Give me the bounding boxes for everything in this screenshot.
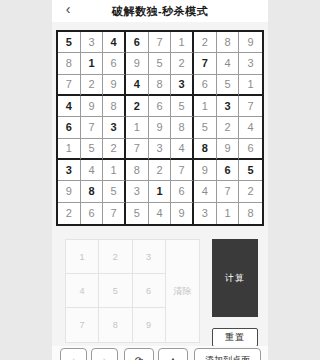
cell-r2c8[interactable]: 4	[217, 53, 240, 74]
cell-r1c5[interactable]: 7	[149, 32, 172, 53]
cell-r5c2[interactable]: 7	[81, 117, 104, 138]
cell-r5c7[interactable]: 5	[194, 117, 217, 138]
cell-r1c2[interactable]: 3	[81, 32, 104, 53]
cell-r9c2[interactable]: 6	[81, 203, 104, 224]
cell-r5c9[interactable]: 4	[239, 117, 262, 138]
cell-r4c3[interactable]: 8	[103, 96, 126, 117]
cell-r5c1[interactable]: 6	[58, 117, 81, 138]
cell-r9c3[interactable]: 7	[103, 203, 126, 224]
cell-r3c1[interactable]: 7	[58, 75, 81, 96]
cell-r4c2[interactable]: 9	[81, 96, 104, 117]
cell-r6c8[interactable]: 9	[217, 139, 240, 160]
refresh-icon[interactable]: ⟳	[124, 348, 154, 360]
board-wrap: 5346712898169527437294836514982651376731…	[52, 22, 268, 226]
keypad-digit-3[interactable]: 3	[133, 240, 166, 274]
cell-r2c4[interactable]: 9	[126, 53, 149, 74]
cell-r7c7[interactable]: 9	[194, 160, 217, 181]
keypad-digit-9[interactable]: 9	[133, 308, 166, 342]
app-screen: ‹ 破解数独-秒杀模式 5346712898169527437294836514…	[52, 0, 268, 360]
cell-r9c1[interactable]: 2	[58, 203, 81, 224]
cell-r3c3[interactable]: 9	[103, 75, 126, 96]
cell-r7c2[interactable]: 4	[81, 160, 104, 181]
cell-r8c5[interactable]: 1	[149, 181, 172, 202]
cell-r8c2[interactable]: 8	[81, 181, 104, 202]
number-keypad: 清除123456789	[65, 239, 200, 343]
cell-r4c5[interactable]: 6	[149, 96, 172, 117]
cell-r6c1[interactable]: 1	[58, 139, 81, 160]
controls: 清除123456789 计算 重置	[65, 239, 258, 347]
cell-r9c8[interactable]: 1	[217, 203, 240, 224]
cell-r7c9[interactable]: 5	[239, 160, 262, 181]
cell-r8c6[interactable]: 6	[171, 181, 194, 202]
keypad-digit-4[interactable]: 4	[66, 274, 99, 308]
cell-r6c6[interactable]: 4	[171, 139, 194, 160]
cell-r1c7[interactable]: 2	[194, 32, 217, 53]
keypad-digit-7[interactable]: 7	[66, 308, 99, 342]
cell-r8c1[interactable]: 9	[58, 181, 81, 202]
cell-r4c1[interactable]: 4	[58, 96, 81, 117]
toolbar-back-icon[interactable]: ‹	[60, 348, 87, 360]
cell-r5c4[interactable]: 1	[126, 117, 149, 138]
cell-r9c7[interactable]: 3	[194, 203, 217, 224]
cell-r6c5[interactable]: 3	[149, 139, 172, 160]
keypad-clear-button[interactable]: 清除	[166, 240, 199, 342]
back-icon[interactable]: ‹	[60, 1, 76, 17]
cell-r1c9[interactable]: 9	[239, 32, 262, 53]
cell-r6c3[interactable]: 2	[103, 139, 126, 160]
cell-r8c3[interactable]: 5	[103, 181, 126, 202]
cell-r2c9[interactable]: 3	[239, 53, 262, 74]
cell-r5c6[interactable]: 8	[171, 117, 194, 138]
cell-r7c3[interactable]: 1	[103, 160, 126, 181]
cell-r7c5[interactable]: 2	[149, 160, 172, 181]
cell-r9c5[interactable]: 4	[149, 203, 172, 224]
cell-r9c9[interactable]: 8	[239, 203, 262, 224]
cell-r1c4[interactable]: 6	[126, 32, 149, 53]
cell-r4c7[interactable]: 1	[194, 96, 217, 117]
cell-r4c9[interactable]: 7	[239, 96, 262, 117]
cell-r3c9[interactable]: 1	[239, 75, 262, 96]
action-column: 计算 重置	[212, 239, 258, 347]
cell-r6c2[interactable]: 5	[81, 139, 104, 160]
keypad-digit-5[interactable]: 5	[99, 274, 132, 308]
cell-r3c4[interactable]: 4	[126, 75, 149, 96]
cell-r6c4[interactable]: 7	[126, 139, 149, 160]
cell-r1c1[interactable]: 5	[58, 32, 81, 53]
cell-r6c9[interactable]: 6	[239, 139, 262, 160]
cell-r5c5[interactable]: 9	[149, 117, 172, 138]
cell-r7c4[interactable]: 8	[126, 160, 149, 181]
cell-r1c3[interactable]: 4	[103, 32, 126, 53]
cell-r4c8[interactable]: 3	[217, 96, 240, 117]
cell-r2c3[interactable]: 6	[103, 53, 126, 74]
cell-r3c6[interactable]: 3	[171, 75, 194, 96]
keypad-digit-2[interactable]: 2	[99, 240, 132, 274]
cell-r2c6[interactable]: 2	[171, 53, 194, 74]
cell-r2c1[interactable]: 8	[58, 53, 81, 74]
cell-r7c1[interactable]: 3	[58, 160, 81, 181]
keypad-digit-1[interactable]: 1	[66, 240, 99, 274]
header: ‹ 破解数独-秒杀模式	[52, 0, 268, 22]
bottom-toolbar: ‹ › ⟳ ▲ 添加到桌面	[52, 346, 268, 360]
cell-r5c3[interactable]: 3	[103, 117, 126, 138]
cell-r1c8[interactable]: 8	[217, 32, 240, 53]
cell-r6c7[interactable]: 8	[194, 139, 217, 160]
up-arrow-icon[interactable]: ▲	[158, 348, 188, 360]
cell-r3c7[interactable]: 6	[194, 75, 217, 96]
sudoku-board: 5346712898169527437294836514982651376731…	[56, 30, 264, 226]
cell-r1c6[interactable]: 1	[171, 32, 194, 53]
cell-r3c8[interactable]: 5	[217, 75, 240, 96]
cell-r8c7[interactable]: 4	[194, 181, 217, 202]
keypad-digit-6[interactable]: 6	[133, 274, 166, 308]
calculate-button[interactable]: 计算	[212, 239, 258, 317]
toolbar-wide-button[interactable]: 添加到桌面	[194, 348, 261, 360]
page-title: 破解数独-秒杀模式	[112, 4, 208, 19]
reset-button[interactable]: 重置	[212, 328, 258, 347]
cell-r7c8[interactable]: 6	[217, 160, 240, 181]
cell-r5c8[interactable]: 2	[217, 117, 240, 138]
cell-r7c6[interactable]: 7	[171, 160, 194, 181]
cell-r2c2[interactable]: 1	[81, 53, 104, 74]
cell-r3c2[interactable]: 2	[81, 75, 104, 96]
keypad-digit-8[interactable]: 8	[99, 308, 132, 342]
cell-r4c4[interactable]: 2	[126, 96, 149, 117]
cell-r8c8[interactable]: 7	[217, 181, 240, 202]
cell-r4c6[interactable]: 5	[171, 96, 194, 117]
cell-r8c4[interactable]: 3	[126, 181, 149, 202]
cell-r2c7[interactable]: 7	[194, 53, 217, 74]
cell-r2c5[interactable]: 5	[149, 53, 172, 74]
cell-r9c6[interactable]: 9	[171, 203, 194, 224]
cell-r9c4[interactable]: 5	[126, 203, 149, 224]
cell-r3c5[interactable]: 8	[149, 75, 172, 96]
cell-r8c9[interactable]: 2	[239, 181, 262, 202]
toolbar-forward-icon[interactable]: ›	[91, 348, 118, 360]
